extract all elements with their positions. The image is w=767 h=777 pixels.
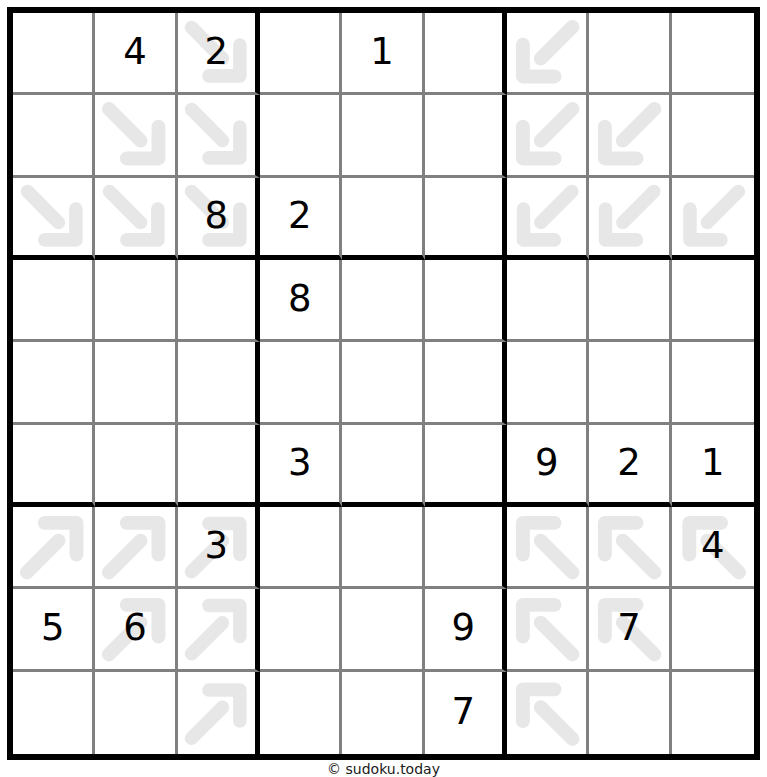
cell-r1c5[interactable]: 1 [342, 13, 424, 95]
arrow-sw-icon [507, 178, 586, 255]
cell-r2c1[interactable] [13, 95, 95, 177]
cell-r9c8[interactable] [589, 672, 671, 754]
cell-r4c4[interactable]: 8 [260, 260, 342, 342]
cell-r2c6[interactable] [425, 95, 507, 177]
cell-r7c1[interactable] [13, 507, 95, 589]
given-digit-r3c3: 8 [205, 197, 229, 234]
cell-r9c6[interactable]: 7 [425, 672, 507, 754]
cell-r5c7[interactable] [507, 342, 589, 424]
cell-r9c5[interactable] [342, 672, 424, 754]
cell-r5c1[interactable] [13, 342, 95, 424]
cell-r3c3[interactable]: 8 [178, 178, 260, 260]
cell-r2c3[interactable] [178, 95, 260, 177]
given-digit-r6c4: 3 [288, 444, 312, 481]
cell-r3c7[interactable] [507, 178, 589, 260]
cell-r6c6[interactable] [425, 425, 507, 507]
arrow-se-icon [95, 95, 174, 174]
given-digit-r6c8: 2 [617, 444, 641, 481]
cell-r3c6[interactable] [425, 178, 507, 260]
given-digit-r3c4: 2 [288, 197, 312, 234]
cell-r4c9[interactable] [672, 260, 754, 342]
cell-r6c3[interactable] [178, 425, 260, 507]
arrow-se-icon [13, 178, 92, 255]
given-digit-r1c2: 4 [123, 33, 147, 70]
cell-r1c9[interactable] [672, 13, 754, 95]
arrow-nw-icon [507, 672, 586, 754]
arrow-sw-icon [589, 178, 668, 255]
cell-r7c4[interactable] [260, 507, 342, 589]
cell-r6c7[interactable]: 9 [507, 425, 589, 507]
arrow-ne-icon [13, 507, 92, 586]
given-digit-r8c6: 9 [452, 609, 476, 646]
arrow-se-icon [178, 95, 255, 174]
sudoku-board: 42182839213456977 [7, 7, 760, 760]
arrow-sw-icon [672, 178, 754, 255]
cell-r5c6[interactable] [425, 342, 507, 424]
cell-r2c8[interactable] [589, 95, 671, 177]
arrow-sw-icon [507, 95, 586, 174]
cell-r5c4[interactable] [260, 342, 342, 424]
cell-r1c8[interactable] [589, 13, 671, 95]
cell-r8c1[interactable]: 5 [13, 589, 95, 671]
cell-r9c9[interactable] [672, 672, 754, 754]
cell-r2c4[interactable] [260, 95, 342, 177]
cell-r4c3[interactable] [178, 260, 260, 342]
cell-r5c2[interactable] [95, 342, 177, 424]
arrow-nw-icon [507, 589, 586, 668]
cell-r3c1[interactable] [13, 178, 95, 260]
cell-r2c7[interactable] [507, 95, 589, 177]
cell-r8c6[interactable]: 9 [425, 589, 507, 671]
given-digit-r8c1: 5 [41, 609, 65, 646]
cell-r3c8[interactable] [589, 178, 671, 260]
cell-r1c4[interactable] [260, 13, 342, 95]
arrow-sw-icon [589, 95, 668, 174]
cell-r5c9[interactable] [672, 342, 754, 424]
cell-r6c5[interactable] [342, 425, 424, 507]
cell-r4c5[interactable] [342, 260, 424, 342]
cell-r7c3[interactable]: 3 [178, 507, 260, 589]
cell-r9c1[interactable] [13, 672, 95, 754]
cell-r4c6[interactable] [425, 260, 507, 342]
given-digit-r4c4: 8 [288, 280, 312, 317]
cell-r7c7[interactable] [507, 507, 589, 589]
cell-r1c2[interactable]: 4 [95, 13, 177, 95]
cell-r7c8[interactable] [589, 507, 671, 589]
cell-r5c5[interactable] [342, 342, 424, 424]
cell-r2c5[interactable] [342, 95, 424, 177]
arrow-nw-icon [507, 507, 586, 586]
cell-r6c8[interactable]: 2 [589, 425, 671, 507]
cell-r3c4[interactable]: 2 [260, 178, 342, 260]
given-digit-r8c2: 6 [123, 609, 147, 646]
given-digit-r1c3: 2 [205, 33, 229, 70]
cell-r4c2[interactable] [95, 260, 177, 342]
cell-r8c8[interactable]: 7 [589, 589, 671, 671]
cell-r3c2[interactable] [95, 178, 177, 260]
cell-r8c7[interactable] [507, 589, 589, 671]
cell-r7c9[interactable]: 4 [672, 507, 754, 589]
cell-r8c9[interactable] [672, 589, 754, 671]
cell-r5c3[interactable] [178, 342, 260, 424]
cell-r8c3[interactable] [178, 589, 260, 671]
cell-r4c1[interactable] [13, 260, 95, 342]
cell-r6c9[interactable]: 1 [672, 425, 754, 507]
cell-r3c9[interactable] [672, 178, 754, 260]
given-digit-r7c3: 3 [205, 527, 229, 564]
given-digit-r8c8: 7 [617, 609, 641, 646]
cell-r7c2[interactable] [95, 507, 177, 589]
given-digit-r1c5: 1 [370, 33, 394, 70]
arrow-ne-icon [178, 672, 255, 754]
given-digit-r9c6: 7 [452, 693, 476, 730]
given-digit-r6c9: 1 [701, 444, 725, 481]
cell-r5c8[interactable] [589, 342, 671, 424]
cell-r9c3[interactable] [178, 672, 260, 754]
cell-r6c4[interactable]: 3 [260, 425, 342, 507]
cell-r1c6[interactable] [425, 13, 507, 95]
cell-r2c9[interactable] [672, 95, 754, 177]
cell-r9c2[interactable] [95, 672, 177, 754]
given-digit-r7c9: 4 [701, 527, 725, 564]
cell-r9c4[interactable] [260, 672, 342, 754]
cell-r1c3[interactable]: 2 [178, 13, 260, 95]
cell-r4c8[interactable] [589, 260, 671, 342]
cell-r8c2[interactable]: 6 [95, 589, 177, 671]
cell-r4c7[interactable] [507, 260, 589, 342]
cell-r8c4[interactable] [260, 589, 342, 671]
arrow-nw-icon [589, 507, 668, 586]
copyright-text: © sudoku.today [0, 761, 767, 777]
arrow-se-icon [95, 178, 174, 255]
given-digit-r6c7: 9 [535, 444, 559, 481]
cell-r1c7[interactable] [507, 13, 589, 95]
cell-r1c1[interactable] [13, 13, 95, 95]
arrow-ne-icon [178, 589, 255, 668]
arrow-ne-icon [95, 507, 174, 586]
cell-r9c7[interactable] [507, 672, 589, 754]
cell-r3c5[interactable] [342, 178, 424, 260]
cell-r2c2[interactable] [95, 95, 177, 177]
cell-r7c5[interactable] [342, 507, 424, 589]
cell-r8c5[interactable] [342, 589, 424, 671]
cell-r6c2[interactable] [95, 425, 177, 507]
arrow-sw-icon [507, 13, 586, 92]
cell-r6c1[interactable] [13, 425, 95, 507]
cell-r7c6[interactable] [425, 507, 507, 589]
